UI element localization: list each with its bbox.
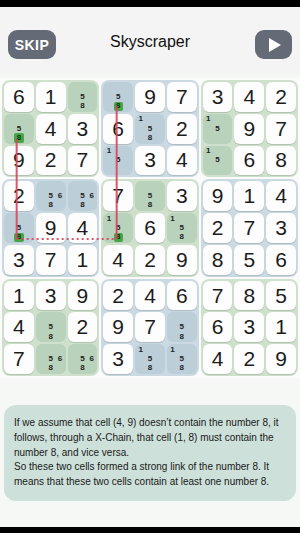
cell-r8c6[interactable]: 58	[167, 312, 197, 342]
cell-r7c1[interactable]: 1	[4, 281, 34, 311]
cell-r4c8[interactable]: 1	[234, 181, 264, 211]
candidate-1: 1	[168, 214, 177, 223]
cell-r9c9[interactable]: 9	[266, 344, 296, 374]
box-2-1: 25685685894371	[2, 179, 99, 276]
cell-r4c1[interactable]: 2	[4, 181, 34, 211]
candidate-1: 1	[104, 147, 113, 156]
candidate-5: 5	[14, 223, 23, 232]
cell-r1c5[interactable]: 9	[135, 82, 165, 112]
cell-r5c3[interactable]: 4	[68, 213, 98, 243]
cell-r4c5[interactable]: 58	[135, 181, 165, 211]
candidate-5: 5	[213, 124, 222, 133]
candidate-1: 1	[204, 115, 213, 124]
box-1-2: 5897615821534	[101, 80, 198, 177]
cell-r2c9[interactable]: 7	[266, 114, 296, 144]
cell-r2c7[interactable]: 15	[203, 114, 233, 144]
cell-r1c4[interactable]: 58	[103, 82, 133, 112]
cell-r6c3[interactable]: 1	[68, 245, 98, 275]
cell-r5c2[interactable]: 9	[36, 213, 66, 243]
cell-r9c5[interactable]: 158	[135, 344, 165, 374]
cell-r3c4[interactable]: 15	[103, 146, 133, 176]
cell-r1c2[interactable]: 1	[36, 82, 66, 112]
candidate-5: 5	[177, 223, 186, 232]
cell-r4c2[interactable]: 568	[36, 181, 66, 211]
candidate-8: 8	[145, 133, 154, 142]
cell-r5c5[interactable]: 6	[135, 213, 165, 243]
cell-r7c6[interactable]: 6	[167, 281, 197, 311]
cell-r8c3[interactable]: 2	[68, 312, 98, 342]
box-2-2: 75831586158429	[101, 179, 198, 276]
cell-r8c7[interactable]: 6	[203, 312, 233, 342]
candidate-5: 5	[78, 192, 87, 201]
cell-r6c2[interactable]: 7	[36, 245, 66, 275]
candidate-1: 1	[104, 214, 113, 223]
cell-r6c5[interactable]: 2	[135, 245, 165, 275]
candidate-8: 8	[46, 332, 55, 341]
candidate-5: 5	[46, 354, 55, 363]
cell-r7c9[interactable]: 5	[266, 281, 296, 311]
cell-r5c7[interactable]: 2	[203, 213, 233, 243]
cell-r1c8[interactable]: 4	[234, 82, 264, 112]
cell-r6c6[interactable]: 9	[167, 245, 197, 275]
cell-r4c4[interactable]: 7	[103, 181, 133, 211]
candidate-8: 8	[114, 102, 123, 111]
cell-r9c3[interactable]: 568	[68, 344, 98, 374]
cell-r5c4[interactable]: 158	[103, 213, 133, 243]
cell-r8c8[interactable]: 3	[234, 312, 264, 342]
cell-r8c5[interactable]: 7	[135, 312, 165, 342]
cell-r3c9[interactable]: 8	[266, 146, 296, 176]
cell-r2c8[interactable]: 9	[234, 114, 264, 144]
cell-r1c3[interactable]: 58	[68, 82, 98, 112]
cell-r6c4[interactable]: 4	[103, 245, 133, 275]
candidate-6: 6	[87, 354, 96, 363]
cell-r6c7[interactable]: 8	[203, 245, 233, 275]
candidate-5: 5	[145, 124, 154, 133]
cell-r7c4[interactable]: 2	[103, 281, 133, 311]
cell-r5c6[interactable]: 158	[167, 213, 197, 243]
cell-r1c9[interactable]: 2	[266, 82, 296, 112]
box-3-1: 13945827568568	[2, 279, 99, 376]
candidate-8: 8	[78, 102, 87, 111]
candidate-1: 1	[136, 115, 145, 124]
cell-r1c7[interactable]: 3	[203, 82, 233, 112]
cell-r2c5[interactable]: 158	[135, 114, 165, 144]
cell-r5c9[interactable]: 3	[266, 213, 296, 243]
candidate-8: 8	[177, 364, 186, 373]
candidate-1: 1	[136, 345, 145, 354]
cell-r8c1[interactable]: 4	[4, 312, 34, 342]
sudoku-board: 6158584392758976158215343421597156825685…	[0, 78, 300, 378]
cell-r1c6[interactable]: 7	[167, 82, 197, 112]
cell-r3c2[interactable]: 2	[36, 146, 66, 176]
cell-r2c1[interactable]: 58	[4, 114, 34, 144]
cell-r5c8[interactable]: 7	[234, 213, 264, 243]
play-button[interactable]	[255, 30, 292, 59]
candidate-8: 8	[145, 364, 154, 373]
cell-r9c4[interactable]: 3	[103, 344, 133, 374]
cell-r9c8[interactable]: 2	[234, 344, 264, 374]
candidate-8: 8	[145, 201, 154, 210]
candidate-1: 1	[204, 147, 213, 156]
cell-r7c3[interactable]: 9	[68, 281, 98, 311]
toolbar: SKIP Skyscraper	[0, 7, 300, 75]
cell-r9c7[interactable]: 4	[203, 344, 233, 374]
candidate-8: 8	[46, 364, 55, 373]
cell-r4c3[interactable]: 568	[68, 181, 98, 211]
cell-r6c9[interactable]: 6	[266, 245, 296, 275]
cell-r9c6[interactable]: 158	[167, 344, 197, 374]
candidate-5: 5	[78, 92, 87, 101]
cell-r7c5[interactable]: 4	[135, 281, 165, 311]
cell-r3c6[interactable]: 4	[167, 146, 197, 176]
cell-r9c2[interactable]: 568	[36, 344, 66, 374]
status-bar-top	[0, 0, 300, 7]
cell-r2c6[interactable]: 2	[167, 114, 197, 144]
candidate-5: 5	[145, 192, 154, 201]
candidate-8: 8	[14, 233, 23, 242]
candidate-8: 8	[46, 201, 55, 210]
cell-r8c9[interactable]: 1	[266, 312, 296, 342]
cell-r3c3[interactable]: 7	[68, 146, 98, 176]
explanation-box: If we assume that cell (4, 9) doesn’t co…	[4, 405, 296, 501]
box-1-3: 34215971568	[201, 80, 298, 177]
cell-r3c5[interactable]: 3	[135, 146, 165, 176]
candidate-5: 5	[114, 223, 123, 232]
candidate-8: 8	[114, 233, 123, 242]
cell-r9c1[interactable]: 7	[4, 344, 34, 374]
candidate-8: 8	[78, 201, 87, 210]
candidate-6: 6	[55, 354, 64, 363]
candidate-8: 8	[14, 133, 23, 142]
candidate-6: 6	[87, 192, 96, 201]
cell-r3c8[interactable]: 6	[234, 146, 264, 176]
candidate-5: 5	[114, 92, 123, 101]
candidate-5: 5	[14, 124, 23, 133]
candidate-5: 5	[145, 354, 154, 363]
cell-r8c2[interactable]: 58	[36, 312, 66, 342]
cell-r2c4[interactable]: 6	[103, 114, 133, 144]
box-3-3: 785631429	[201, 279, 298, 376]
cell-r4c7[interactable]: 9	[203, 181, 233, 211]
cell-r3c7[interactable]: 15	[203, 146, 233, 176]
cell-r7c8[interactable]: 8	[234, 281, 264, 311]
play-icon	[269, 38, 281, 52]
candidate-5: 5	[213, 156, 222, 165]
cell-r6c1[interactable]: 3	[4, 245, 34, 275]
candidate-6: 6	[55, 192, 64, 201]
cell-r8c4[interactable]: 9	[103, 312, 133, 342]
cell-r1c1[interactable]: 6	[4, 82, 34, 112]
candidate-5: 5	[46, 323, 55, 332]
cell-r4c6[interactable]: 3	[167, 181, 197, 211]
bottom-bar	[0, 527, 300, 533]
candidate-5: 5	[78, 354, 87, 363]
explanation-text: If we assume that cell (4, 9) doesn’t co…	[14, 416, 286, 490]
cell-r7c7[interactable]: 7	[203, 281, 233, 311]
candidate-8: 8	[177, 233, 186, 242]
candidate-5: 5	[114, 156, 123, 165]
candidate-5: 5	[46, 192, 55, 201]
cell-r2c2[interactable]: 4	[36, 114, 66, 144]
box-2-3: 914273856	[201, 179, 298, 276]
cell-r5c1[interactable]: 58	[4, 213, 34, 243]
cell-r3c1[interactable]: 9	[4, 146, 34, 176]
box-3-2: 24697583158158	[101, 279, 198, 376]
cell-r4c9[interactable]: 4	[266, 181, 296, 211]
board-wrap: 6158584392758976158215343421597156825685…	[0, 78, 300, 378]
candidate-5: 5	[177, 323, 186, 332]
box-1-1: 61585843927	[2, 80, 99, 177]
candidate-5: 5	[177, 354, 186, 363]
app-screen: SKIP Skyscraper 615858439275897615821534…	[0, 0, 300, 533]
candidate-1: 1	[168, 345, 177, 354]
cell-r6c8[interactable]: 5	[234, 245, 264, 275]
cell-r7c2[interactable]: 3	[36, 281, 66, 311]
cell-r2c3[interactable]: 3	[68, 114, 98, 144]
candidate-8: 8	[177, 332, 186, 341]
candidate-8: 8	[78, 364, 87, 373]
